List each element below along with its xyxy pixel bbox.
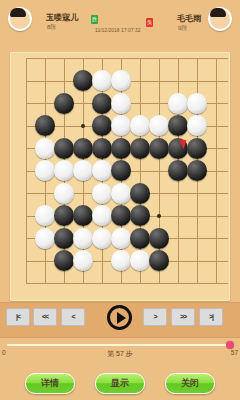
black-stone xyxy=(187,138,207,159)
current-move-label: 第 57 步 xyxy=(0,349,240,359)
avatar-eyes-icon xyxy=(213,17,223,19)
black-stone xyxy=(92,138,112,159)
player-right-name: 毛毛雨 xyxy=(177,13,201,24)
black-stone xyxy=(130,183,150,204)
black-stone xyxy=(92,115,112,136)
black-stone xyxy=(168,160,188,181)
white-stone xyxy=(54,183,74,204)
player-right-rank: 9段 xyxy=(178,24,187,33)
white-stone xyxy=(35,138,55,159)
black-stone xyxy=(130,138,150,159)
black-stone xyxy=(149,228,169,249)
black-stone xyxy=(54,138,74,159)
white-stone xyxy=(111,250,131,271)
white-stone xyxy=(111,93,131,114)
black-stone xyxy=(111,138,131,159)
white-stone xyxy=(149,115,169,136)
white-stone xyxy=(111,228,131,249)
white-stone xyxy=(35,205,55,226)
black-stone xyxy=(73,205,93,226)
black-stone xyxy=(54,93,74,114)
move-slider-thumb[interactable] xyxy=(226,341,234,349)
black-stone xyxy=(130,205,150,226)
app-screen: 玉喽寇儿 8段 胜 11/12/2018 17:07:32 负 毛毛雨 9段 |… xyxy=(0,0,240,400)
close-button[interactable]: 关闭 xyxy=(165,373,215,394)
grid-line xyxy=(26,58,229,59)
white-stone xyxy=(92,228,112,249)
fast-back-button[interactable]: << xyxy=(33,308,57,326)
white-stone xyxy=(35,228,55,249)
go-board[interactable] xyxy=(10,52,230,301)
avatar-eyes-icon xyxy=(13,17,23,19)
black-stone xyxy=(35,115,55,136)
player-left-name: 玉喽寇儿 xyxy=(46,12,78,23)
white-stone xyxy=(54,160,74,181)
step-forward-button[interactable]: > xyxy=(143,308,167,326)
black-stone xyxy=(73,138,93,159)
playback-bar: |< << < > >> >| xyxy=(0,302,240,338)
black-stone xyxy=(168,115,188,136)
last-move-button[interactable]: >| xyxy=(199,308,223,326)
player-right-avatar[interactable] xyxy=(208,7,232,31)
play-button[interactable] xyxy=(107,305,132,330)
black-stone xyxy=(187,160,207,181)
step-back-button[interactable]: < xyxy=(61,308,85,326)
black-stone xyxy=(73,70,93,91)
black-stone xyxy=(54,250,74,271)
player-left-avatar[interactable] xyxy=(8,7,32,31)
white-stone xyxy=(187,115,207,136)
white-stone xyxy=(168,93,188,114)
white-stone xyxy=(187,93,207,114)
black-stone xyxy=(111,205,131,226)
show-button[interactable]: 显示 xyxy=(95,373,145,394)
white-stone xyxy=(130,115,150,136)
star-point xyxy=(157,214,161,218)
black-stone xyxy=(54,205,74,226)
white-stone xyxy=(130,250,150,271)
black-stone xyxy=(149,138,169,159)
fast-forward-button[interactable]: >> xyxy=(171,308,195,326)
white-stone xyxy=(73,228,93,249)
white-stone xyxy=(92,183,112,204)
white-stone xyxy=(111,70,131,91)
grid-line xyxy=(26,283,229,284)
black-stone xyxy=(54,228,74,249)
play-icon xyxy=(117,312,126,324)
white-stone xyxy=(111,115,131,136)
move-slider-track[interactable] xyxy=(7,344,233,346)
white-stone xyxy=(35,160,55,181)
star-point xyxy=(81,124,85,128)
avatar-hair xyxy=(10,8,26,17)
top-bar: 玉喽寇儿 8段 胜 11/12/2018 17:07:32 负 毛毛雨 9段 xyxy=(0,0,240,46)
avatar-hair xyxy=(210,8,226,17)
slider-max-label: 57 xyxy=(231,349,238,356)
game-datetime: 11/12/2018 17:07:32 xyxy=(95,27,141,33)
white-stone xyxy=(73,250,93,271)
black-stone xyxy=(149,250,169,271)
first-move-button[interactable]: |< xyxy=(6,308,30,326)
loss-badge: 负 xyxy=(146,18,153,27)
player-left-rank: 8段 xyxy=(47,23,56,32)
win-badge: 胜 xyxy=(91,15,98,24)
black-stone xyxy=(92,93,112,114)
white-stone xyxy=(111,183,131,204)
white-stone xyxy=(92,160,112,181)
white-stone xyxy=(92,205,112,226)
white-stone xyxy=(92,70,112,91)
details-button[interactable]: 详情 xyxy=(25,373,75,394)
white-stone xyxy=(73,160,93,181)
black-stone xyxy=(111,160,131,181)
black-stone xyxy=(130,228,150,249)
